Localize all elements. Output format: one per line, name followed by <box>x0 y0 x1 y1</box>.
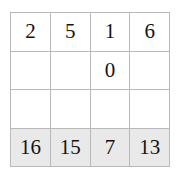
cell-r1c2: 5 <box>51 13 90 51</box>
puzzle-grid: 2 5 1 6 0 16 15 7 13 <box>10 12 170 167</box>
cell-r3c1[interactable] <box>11 90 50 128</box>
cell-r1c1: 2 <box>11 13 50 51</box>
cell-r1c3: 1 <box>91 13 130 51</box>
cell-r2c1[interactable] <box>11 52 50 90</box>
cell-r2c4[interactable] <box>130 52 169 90</box>
cell-r2c3[interactable]: 0 <box>91 52 130 90</box>
cell-r4c3: 7 <box>91 129 130 167</box>
cell-r3c2[interactable] <box>51 90 90 128</box>
cell-r3c4[interactable] <box>130 90 169 128</box>
cell-r2c2[interactable] <box>51 52 90 90</box>
cell-r4c1: 16 <box>11 129 50 167</box>
cell-r1c4: 6 <box>130 13 169 51</box>
cell-r3c3[interactable] <box>91 90 130 128</box>
cell-r4c4: 13 <box>130 129 169 167</box>
cell-r4c2: 15 <box>51 129 90 167</box>
